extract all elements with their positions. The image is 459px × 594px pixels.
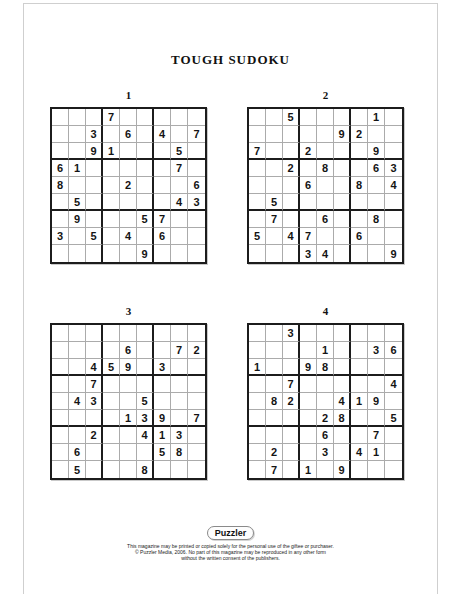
sudoku-cell-r3c6: [137, 143, 154, 160]
sudoku-cell-r2c2: [69, 126, 86, 143]
sudoku-cell-r8c4: [103, 444, 120, 461]
sudoku-cell-r5c3: 3: [86, 393, 103, 410]
sudoku-cell-r3c3: 9: [86, 143, 103, 160]
sudoku-cell-r2c7: [154, 342, 171, 359]
sudoku-cell-r1c2: [69, 325, 86, 342]
sudoku-cell-r2c6: [137, 126, 154, 143]
sudoku-cell-r1c4: 7: [103, 109, 120, 126]
sudoku-cell-r6c2: 5: [69, 194, 86, 211]
sudoku-cell-r4c1: [52, 376, 69, 393]
sudoku-cell-r8c5: 3: [317, 444, 334, 461]
sudoku-cell-r9c7: [351, 461, 368, 478]
sudoku-cell-r7c1: [249, 211, 266, 228]
sudoku-cell-r2c3: [86, 342, 103, 359]
sudoku-cell-r6c9: [385, 194, 402, 211]
sudoku-cell-r2c2: [266, 342, 283, 359]
sudoku-cell-r9c4: [103, 245, 120, 262]
sudoku-cell-r3c8: 9: [368, 143, 385, 160]
sudoku-cell-r7c4: [300, 211, 317, 228]
sudoku-cell-r7c6: 5: [137, 211, 154, 228]
sudoku-cell-r2c7: 2: [351, 126, 368, 143]
sudoku-cell-r4c2: [69, 376, 86, 393]
sudoku-cell-r8c7: 5: [154, 444, 171, 461]
sudoku-cell-r9c9: [188, 245, 205, 262]
sudoku-grid-2: 5192729286368457685476349: [247, 107, 404, 264]
sudoku-cell-r4c3: 7: [86, 376, 103, 393]
sudoku-cell-r6c3: [283, 194, 300, 211]
sudoku-cell-r2c9: 2: [188, 342, 205, 359]
sudoku-cell-r6c9: 5: [385, 410, 402, 427]
sudoku-cell-r9c4: [103, 461, 120, 478]
sudoku-cell-r3c4: 9: [300, 359, 317, 376]
sudoku-cell-r7c2: 7: [266, 211, 283, 228]
sudoku-grid-3: 672459374351397241365858: [50, 323, 207, 480]
sudoku-cell-r9c4: 1: [300, 461, 317, 478]
sudoku-cell-r3c7: [351, 143, 368, 160]
sudoku-cell-r5c9: [188, 393, 205, 410]
sudoku-cell-r7c3: 2: [86, 427, 103, 444]
sudoku-cell-r7c8: [171, 211, 188, 228]
sudoku-cell-r5c3: [283, 177, 300, 194]
sudoku-cell-r8c3: 5: [86, 228, 103, 245]
sudoku-cell-r3c3: [283, 359, 300, 376]
sudoku-cell-r7c5: [120, 427, 137, 444]
sudoku-cell-r1c2: [266, 109, 283, 126]
sudoku-cell-r7c3: [86, 211, 103, 228]
sudoku-cell-r5c9: 6: [188, 177, 205, 194]
sudoku-cell-r6c2: 5: [266, 194, 283, 211]
sudoku-cell-r1c8: [368, 325, 385, 342]
sudoku-cell-r5c9: [385, 393, 402, 410]
sudoku-cell-r7c8: 3: [171, 427, 188, 444]
puzzle-1: 1 7364791561782654395735469: [50, 89, 207, 264]
sudoku-cell-r6c7: [154, 194, 171, 211]
sudoku-cell-r3c6: [334, 359, 351, 376]
sudoku-cell-r4c1: [249, 376, 266, 393]
sudoku-cell-r9c1: [249, 461, 266, 478]
sudoku-cell-r7c9: [188, 211, 205, 228]
sudoku-cell-r2c8: [171, 126, 188, 143]
sudoku-cell-r5c7: 8: [351, 177, 368, 194]
page-footer: Puzzler This magazine may be printed or …: [24, 522, 437, 561]
sudoku-cell-r1c9: [385, 325, 402, 342]
sudoku-cell-r5c2: [266, 177, 283, 194]
sudoku-cell-r4c4: [103, 376, 120, 393]
puzzler-logo: Puzzler: [207, 526, 255, 540]
sudoku-cell-r2c4: [300, 342, 317, 359]
sudoku-cell-r1c1: [52, 109, 69, 126]
sudoku-cell-r3c8: [368, 359, 385, 376]
sudoku-cell-r3c5: [317, 143, 334, 160]
sudoku-cell-r4c2: [266, 376, 283, 393]
sudoku-cell-r9c3: [283, 245, 300, 262]
sudoku-cell-r8c7: 6: [351, 228, 368, 245]
sudoku-cell-r9c9: [385, 461, 402, 478]
sudoku-cell-r2c3: [283, 342, 300, 359]
sudoku-cell-r3c7: 3: [154, 359, 171, 376]
sudoku-cell-r8c2: 6: [69, 444, 86, 461]
sudoku-cell-r2c5: 6: [120, 126, 137, 143]
sudoku-cell-r8c7: 6: [154, 228, 171, 245]
sudoku-cell-r1c3: [86, 325, 103, 342]
sudoku-cell-r1c1: [52, 325, 69, 342]
sudoku-cell-r4c6: [334, 160, 351, 177]
sudoku-cell-r7c2: [69, 427, 86, 444]
sudoku-cell-r3c7: [154, 143, 171, 160]
sudoku-cell-r2c8: 7: [171, 342, 188, 359]
sudoku-cell-r6c8: 4: [171, 194, 188, 211]
sudoku-cell-r6c4: [300, 194, 317, 211]
sudoku-cell-r1c6: [334, 325, 351, 342]
sudoku-cell-r2c5: 1: [317, 342, 334, 359]
sudoku-cell-r8c8: 1: [368, 444, 385, 461]
sudoku-cell-r8c6: [137, 444, 154, 461]
sudoku-cell-r2c3: [283, 126, 300, 143]
sudoku-cell-r5c2: [69, 177, 86, 194]
sudoku-cell-r3c9: [385, 143, 402, 160]
sudoku-cell-r7c4: [300, 427, 317, 444]
sudoku-cell-r8c2: [69, 228, 86, 245]
sudoku-cell-r9c5: [120, 461, 137, 478]
sudoku-cell-r7c6: [334, 427, 351, 444]
copyright-line-3: without the written consent of the publi…: [24, 555, 437, 561]
sudoku-cell-r8c9: [385, 228, 402, 245]
sudoku-cell-r3c5: 8: [317, 359, 334, 376]
sudoku-cell-r6c4: [103, 194, 120, 211]
sudoku-cell-r4c2: [266, 160, 283, 177]
sudoku-cell-r6c6: 3: [137, 410, 154, 427]
sudoku-cell-r2c1: [249, 126, 266, 143]
sudoku-cell-r9c5: [317, 461, 334, 478]
sudoku-cell-r2c4: [300, 126, 317, 143]
sudoku-cell-r7c3: [283, 427, 300, 444]
sudoku-cell-r5c1: [249, 177, 266, 194]
sudoku-cell-r1c9: [188, 325, 205, 342]
sudoku-cell-r1c5: [317, 325, 334, 342]
sudoku-cell-r5c8: 9: [368, 393, 385, 410]
sudoku-cell-r1c3: 3: [283, 325, 300, 342]
sudoku-cell-r9c2: [266, 245, 283, 262]
sudoku-cell-r3c5: 9: [120, 359, 137, 376]
sudoku-cell-r1c1: [249, 109, 266, 126]
sudoku-cell-r7c9: [188, 427, 205, 444]
sudoku-cell-r5c9: 4: [385, 177, 402, 194]
sudoku-cell-r2c1: [249, 342, 266, 359]
sudoku-cell-r6c7: [351, 410, 368, 427]
sudoku-cell-r5c5: [120, 393, 137, 410]
sudoku-cell-r2c5: 6: [120, 342, 137, 359]
sudoku-cell-r9c9: [188, 461, 205, 478]
sudoku-cell-r9c6: 9: [334, 461, 351, 478]
sudoku-cell-r4c7: [351, 160, 368, 177]
sudoku-cell-r4c7: [154, 376, 171, 393]
sudoku-cell-r3c9: [188, 143, 205, 160]
sudoku-cell-r2c6: [334, 342, 351, 359]
sudoku-cell-r5c8: [171, 177, 188, 194]
sudoku-cell-r5c3: 2: [283, 393, 300, 410]
sudoku-cell-r9c5: 4: [317, 245, 334, 262]
sudoku-cell-r6c4: [300, 410, 317, 427]
sudoku-cell-r3c8: [171, 359, 188, 376]
sudoku-cell-r8c4: [300, 444, 317, 461]
sudoku-cell-r1c6: [137, 325, 154, 342]
sudoku-cell-r2c3: 3: [86, 126, 103, 143]
sudoku-cell-r2c4: [103, 126, 120, 143]
sudoku-cell-r7c5: 6: [317, 427, 334, 444]
sudoku-cell-r4c4: [300, 160, 317, 177]
sudoku-cell-r6c6: [334, 194, 351, 211]
sudoku-cell-r9c1: [52, 461, 69, 478]
sudoku-cell-r5c3: [86, 177, 103, 194]
sudoku-cell-r4c9: 3: [385, 160, 402, 177]
sudoku-cell-r8c1: [52, 444, 69, 461]
sudoku-cell-r7c7: 7: [154, 211, 171, 228]
sudoku-cell-r1c7: [154, 325, 171, 342]
sudoku-cell-r6c8: [368, 410, 385, 427]
sudoku-cell-r8c6: [334, 444, 351, 461]
sudoku-cell-r4c6: [334, 376, 351, 393]
sudoku-cell-r6c7: [351, 194, 368, 211]
sudoku-cell-r5c7: 1: [351, 393, 368, 410]
sudoku-cell-r1c5: [120, 109, 137, 126]
sudoku-cell-r3c9: [385, 359, 402, 376]
sudoku-cell-r9c1: [52, 245, 69, 262]
sudoku-cell-r6c1: [249, 194, 266, 211]
sudoku-cell-r8c5: 4: [120, 228, 137, 245]
sudoku-cell-r5c4: [103, 177, 120, 194]
sudoku-cell-r4c5: 8: [317, 160, 334, 177]
sudoku-cell-r6c1: [52, 194, 69, 211]
sudoku-cell-r3c4: 2: [300, 143, 317, 160]
sudoku-cell-r2c4: [103, 342, 120, 359]
sudoku-cell-r9c8: [368, 461, 385, 478]
sudoku-cell-r9c6: 9: [137, 245, 154, 262]
sudoku-cell-r8c4: 7: [300, 228, 317, 245]
sudoku-cell-r6c7: 9: [154, 410, 171, 427]
sudoku-cell-r8c2: [266, 228, 283, 245]
sudoku-cell-r5c5: [317, 177, 334, 194]
sudoku-cell-r7c4: [103, 211, 120, 228]
sudoku-cell-r9c2: 5: [69, 461, 86, 478]
sudoku-cell-r6c3: [86, 194, 103, 211]
sudoku-cell-r3c2: [69, 143, 86, 160]
sudoku-cell-r4c5: [120, 376, 137, 393]
sudoku-cell-r9c2: 7: [266, 461, 283, 478]
sudoku-cell-r8c6: [334, 228, 351, 245]
sudoku-cell-r2c8: 3: [368, 342, 385, 359]
sudoku-cell-r4c3: [86, 160, 103, 177]
sudoku-cell-r7c1: [249, 427, 266, 444]
sudoku-cell-r6c2: [266, 410, 283, 427]
puzzle-2: 2 5192729286368457685476349: [247, 89, 404, 264]
sudoku-cell-r1c4: [103, 325, 120, 342]
sudoku-cell-r2c7: [351, 342, 368, 359]
sudoku-cell-r5c1: 8: [52, 177, 69, 194]
sudoku-cell-r5c8: [368, 177, 385, 194]
sudoku-cell-r3c1: [52, 143, 69, 160]
sudoku-cell-r8c1: [249, 444, 266, 461]
sudoku-cell-r1c2: [266, 325, 283, 342]
sudoku-cell-r4c9: [188, 160, 205, 177]
sudoku-cell-r8c8: [171, 228, 188, 245]
sudoku-cell-r9c4: 3: [300, 245, 317, 262]
sudoku-cell-r5c5: [317, 393, 334, 410]
sudoku-cell-r1c8: [171, 109, 188, 126]
sudoku-cell-r3c2: [69, 359, 86, 376]
sudoku-cell-r7c7: [351, 427, 368, 444]
sudoku-cell-r4c3: 2: [283, 160, 300, 177]
sudoku-cell-r7c5: 6: [317, 211, 334, 228]
sudoku-cell-r9c8: [368, 245, 385, 262]
sudoku-cell-r9c3: [86, 245, 103, 262]
sudoku-cell-r6c5: 2: [317, 410, 334, 427]
sudoku-cell-r1c6: [334, 109, 351, 126]
sudoku-cell-r7c6: 4: [137, 427, 154, 444]
sudoku-cell-r2c2: [69, 342, 86, 359]
sudoku-cell-r8c8: 8: [171, 444, 188, 461]
sudoku-cell-r9c7: [154, 461, 171, 478]
sudoku-cell-r1c5: [120, 325, 137, 342]
sudoku-cell-r9c7: [154, 245, 171, 262]
sudoku-cell-r3c9: [188, 359, 205, 376]
sudoku-cell-r1c2: [69, 109, 86, 126]
sudoku-cell-r7c2: 9: [69, 211, 86, 228]
sudoku-cell-r9c2: [69, 245, 86, 262]
sudoku-cell-r4c7: [154, 160, 171, 177]
sudoku-cell-r3c3: 4: [86, 359, 103, 376]
sudoku-cell-r8c6: [137, 228, 154, 245]
sudoku-cell-r6c8: [368, 194, 385, 211]
sudoku-cell-r3c1: 1: [249, 359, 266, 376]
sudoku-cell-r5c6: [137, 177, 154, 194]
sudoku-cell-r8c3: [283, 444, 300, 461]
sudoku-cell-r7c8: 7: [368, 427, 385, 444]
sudoku-cell-r3c1: [52, 359, 69, 376]
sudoku-cell-r6c2: [69, 410, 86, 427]
sudoku-cell-r1c1: [249, 325, 266, 342]
sudoku-cell-r3c1: 7: [249, 143, 266, 160]
sudoku-cell-r1c7: [351, 325, 368, 342]
sudoku-cell-r3c7: [351, 359, 368, 376]
sudoku-cell-r2c2: [266, 126, 283, 143]
sudoku-cell-r6c5: [120, 194, 137, 211]
sudoku-cell-r4c4: [300, 376, 317, 393]
sudoku-cell-r1c8: 1: [368, 109, 385, 126]
sudoku-cell-r5c6: 5: [137, 393, 154, 410]
sudoku-cell-r8c9: [188, 444, 205, 461]
sudoku-cell-r7c7: 1: [154, 427, 171, 444]
sudoku-cell-r3c8: 5: [171, 143, 188, 160]
sudoku-cell-r9c6: [334, 245, 351, 262]
sudoku-cell-r3c3: [283, 143, 300, 160]
sudoku-cell-r9c7: [351, 245, 368, 262]
sudoku-cell-r7c6: [334, 211, 351, 228]
sudoku-cell-r6c8: [171, 410, 188, 427]
sudoku-cell-r3c4: 1: [103, 143, 120, 160]
sudoku-cell-r7c9: [385, 427, 402, 444]
sudoku-cell-r6c1: [249, 410, 266, 427]
sudoku-cell-r2c9: 6: [385, 342, 402, 359]
sudoku-cell-r5c2: 8: [266, 393, 283, 410]
sudoku-cell-r6c9: 3: [188, 194, 205, 211]
sudoku-cell-r7c7: [351, 211, 368, 228]
sudoku-cell-r4c4: [103, 160, 120, 177]
sudoku-cell-r1c9: [385, 109, 402, 126]
sudoku-cell-r6c3: [283, 410, 300, 427]
sudoku-cell-r2c1: [52, 126, 69, 143]
puzzle-1-number: 1: [126, 89, 132, 101]
sudoku-cell-r9c8: [171, 245, 188, 262]
sudoku-cell-r5c8: [171, 393, 188, 410]
sudoku-cell-r7c1: [52, 211, 69, 228]
puzzle-4-number: 4: [323, 305, 329, 317]
sudoku-cell-r2c6: [137, 342, 154, 359]
sudoku-cell-r7c3: [283, 211, 300, 228]
sudoku-cell-r2c9: [385, 126, 402, 143]
sudoku-cell-r5c2: 4: [69, 393, 86, 410]
sudoku-cell-r4c6: [137, 376, 154, 393]
sudoku-cell-r1c8: [171, 325, 188, 342]
sudoku-cell-r1c7: [154, 109, 171, 126]
sudoku-cell-r4c7: [351, 376, 368, 393]
sudoku-cell-r9c3: [283, 461, 300, 478]
sudoku-cell-r3c4: 5: [103, 359, 120, 376]
sudoku-cell-r1c6: [137, 109, 154, 126]
sudoku-cell-r2c6: 9: [334, 126, 351, 143]
sudoku-cell-r1c5: [317, 109, 334, 126]
sudoku-cell-r8c7: 4: [351, 444, 368, 461]
sudoku-cell-r5c7: [154, 393, 171, 410]
sudoku-cell-r2c9: 7: [188, 126, 205, 143]
sudoku-cell-r8c9: [385, 444, 402, 461]
sudoku-cell-r8c8: [368, 228, 385, 245]
sudoku-cell-r6c1: [52, 410, 69, 427]
sudoku-cell-r7c2: [266, 427, 283, 444]
sudoku-cell-r8c2: 2: [266, 444, 283, 461]
sudoku-cell-r3c2: [266, 359, 283, 376]
sudoku-cell-r7c5: [120, 211, 137, 228]
sudoku-cell-r6c5: 1: [120, 410, 137, 427]
sudoku-cell-r6c9: 7: [188, 410, 205, 427]
sudoku-cell-r8c3: [86, 444, 103, 461]
sudoku-cell-r4c1: 6: [52, 160, 69, 177]
sudoku-cell-r8c1: 5: [249, 228, 266, 245]
sudoku-cell-r9c5: [120, 245, 137, 262]
sudoku-cell-r4c9: 4: [385, 376, 402, 393]
sudoku-cell-r8c1: 3: [52, 228, 69, 245]
sudoku-cell-r9c3: [86, 461, 103, 478]
sudoku-cell-r8c9: [188, 228, 205, 245]
sudoku-cell-r1c7: [351, 109, 368, 126]
sudoku-cell-r9c6: 8: [137, 461, 154, 478]
sudoku-cell-r1c4: [300, 109, 317, 126]
sudoku-cell-r3c5: [120, 143, 137, 160]
sudoku-cell-r4c8: 7: [171, 160, 188, 177]
sudoku-cell-r6c5: [317, 194, 334, 211]
sudoku-cell-r7c8: 8: [368, 211, 385, 228]
sudoku-cell-r1c3: [86, 109, 103, 126]
sudoku-cell-r7c1: [52, 427, 69, 444]
sudoku-cell-r6c6: [137, 194, 154, 211]
sudoku-cell-r8c3: 4: [283, 228, 300, 245]
sudoku-cell-r8c4: [103, 228, 120, 245]
sudoku-cell-r5c1: [52, 393, 69, 410]
sudoku-cell-r6c3: [86, 410, 103, 427]
sudoku-cell-r6c6: 8: [334, 410, 351, 427]
sudoku-cell-r4c8: 6: [368, 160, 385, 177]
sudoku-cell-r4c9: [188, 376, 205, 393]
sudoku-cell-r4c1: [249, 160, 266, 177]
